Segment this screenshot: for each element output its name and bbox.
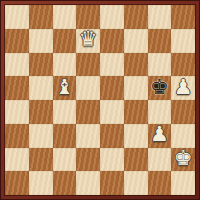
square-b7[interactable] (29, 29, 53, 53)
square-c7[interactable] (53, 29, 77, 53)
square-f5[interactable] (124, 76, 148, 100)
square-g5[interactable]: ♚ (148, 76, 172, 100)
square-d2[interactable] (76, 148, 100, 172)
square-d8[interactable] (76, 5, 100, 29)
square-b8[interactable] (29, 5, 53, 29)
piece-white-king-h2[interactable]: ♚ (174, 148, 193, 169)
piece-white-queen-d7[interactable]: ♛ (79, 29, 98, 50)
square-e2[interactable] (100, 148, 124, 172)
square-a6[interactable] (5, 53, 29, 77)
piece-white-pawn-g3[interactable]: ♟ (150, 124, 169, 145)
square-g6[interactable] (148, 53, 172, 77)
square-h8[interactable] (171, 5, 195, 29)
square-c2[interactable] (53, 148, 77, 172)
square-e3[interactable] (100, 124, 124, 148)
square-f6[interactable] (124, 53, 148, 77)
square-d4[interactable] (76, 100, 100, 124)
piece-black-king-g5[interactable]: ♚ (150, 77, 169, 98)
square-b5[interactable] (29, 76, 53, 100)
piece-white-pawn-h5[interactable]: ♟ (174, 77, 193, 98)
square-g3[interactable]: ♟ (148, 124, 172, 148)
square-b4[interactable] (29, 100, 53, 124)
square-e6[interactable] (100, 53, 124, 77)
square-g8[interactable] (148, 5, 172, 29)
square-c8[interactable] (53, 5, 77, 29)
piece-white-bishop-c5[interactable]: ♝ (55, 77, 74, 98)
square-a7[interactable] (5, 29, 29, 53)
square-d1[interactable] (76, 171, 100, 195)
square-h4[interactable] (171, 100, 195, 124)
square-h6[interactable] (171, 53, 195, 77)
square-d3[interactable] (76, 124, 100, 148)
square-g7[interactable] (148, 29, 172, 53)
square-f7[interactable] (124, 29, 148, 53)
square-a1[interactable] (5, 171, 29, 195)
chess-board: ♛♝♚♟♟♚ (5, 5, 195, 195)
square-a2[interactable] (5, 148, 29, 172)
square-h2[interactable]: ♚ (171, 148, 195, 172)
square-h3[interactable] (171, 124, 195, 148)
square-f8[interactable] (124, 5, 148, 29)
square-c4[interactable] (53, 100, 77, 124)
square-f1[interactable] (124, 171, 148, 195)
square-f4[interactable] (124, 100, 148, 124)
square-g4[interactable] (148, 100, 172, 124)
square-h7[interactable] (171, 29, 195, 53)
square-e4[interactable] (100, 100, 124, 124)
square-b6[interactable] (29, 53, 53, 77)
square-f3[interactable] (124, 124, 148, 148)
square-c3[interactable] (53, 124, 77, 148)
square-e1[interactable] (100, 171, 124, 195)
square-h1[interactable] (171, 171, 195, 195)
square-e8[interactable] (100, 5, 124, 29)
square-e7[interactable] (100, 29, 124, 53)
square-c6[interactable] (53, 53, 77, 77)
square-c1[interactable] (53, 171, 77, 195)
square-b1[interactable] (29, 171, 53, 195)
square-b3[interactable] (29, 124, 53, 148)
square-d6[interactable] (76, 53, 100, 77)
square-a3[interactable] (5, 124, 29, 148)
board-frame: ♛♝♚♟♟♚ (0, 0, 200, 200)
square-e5[interactable] (100, 76, 124, 100)
square-c5[interactable]: ♝ (53, 76, 77, 100)
square-a5[interactable] (5, 76, 29, 100)
square-a4[interactable] (5, 100, 29, 124)
square-b2[interactable] (29, 148, 53, 172)
square-h5[interactable]: ♟ (171, 76, 195, 100)
square-a8[interactable] (5, 5, 29, 29)
square-d5[interactable] (76, 76, 100, 100)
square-g2[interactable] (148, 148, 172, 172)
square-g1[interactable] (148, 171, 172, 195)
square-d7[interactable]: ♛ (76, 29, 100, 53)
square-f2[interactable] (124, 148, 148, 172)
